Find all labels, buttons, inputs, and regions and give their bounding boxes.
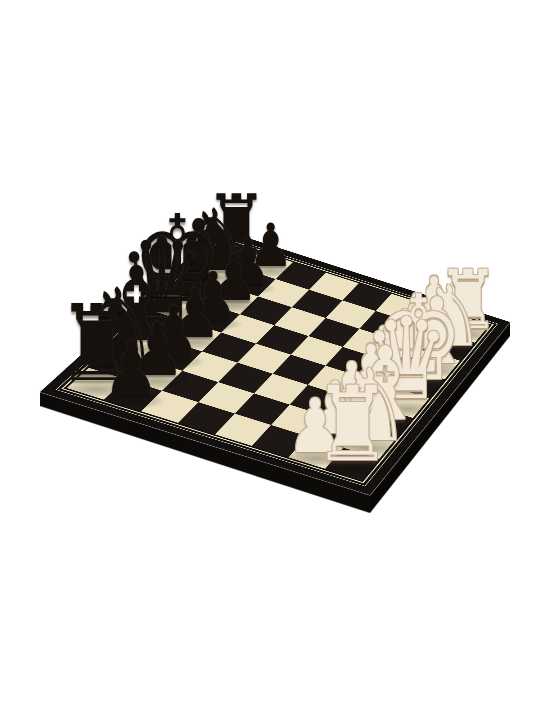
piece-white-rook: ♜ xyxy=(313,374,391,477)
chess-set-photo: ♜♞♝♛♚♝♞♜♟♟♟♟♟♟♟♟♟♟♟♟♟♟♟♟♜♞♝♛♚♝♞♜ xyxy=(0,0,540,720)
piece-black-pawn: ♟ xyxy=(102,331,160,407)
pieces-layer: ♜♞♝♛♚♝♞♜♟♟♟♟♟♟♟♟♟♟♟♟♟♟♟♟♜♞♝♛♚♝♞♜ xyxy=(0,0,540,720)
